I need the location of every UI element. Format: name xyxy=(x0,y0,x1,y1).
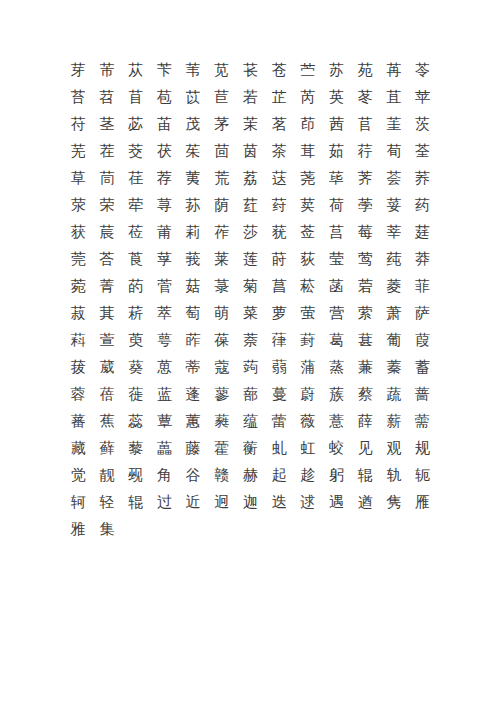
char-cell: 葚 xyxy=(351,327,380,354)
char-cell: 见 xyxy=(351,435,380,462)
char-row-12: 菝葳葵葸蒂蔻蒟蒻蒲蒸蒹蓁蓄 xyxy=(64,354,438,381)
char-cell: 迭 xyxy=(265,489,294,516)
char-row-15: 藏藓藜藟藤藿蘅虬虹蛟见观规 xyxy=(64,435,438,462)
char-cell: 菊 xyxy=(236,273,265,300)
char-row-11: 萪萱萸萼葃葆萘葎葑葛葚葡葭 xyxy=(64,327,438,354)
char-cell: 萧 xyxy=(380,300,409,327)
char-cell: 茚 xyxy=(294,111,323,138)
char-cell: 蛟 xyxy=(322,435,351,462)
char-cell: 荭 xyxy=(236,192,265,219)
char-cell: 苣 xyxy=(207,84,236,111)
char-cell: 莽 xyxy=(408,246,437,273)
char-cell: 蒲 xyxy=(294,354,323,381)
char-cell: 草 xyxy=(64,165,93,192)
char-cell: 苢 xyxy=(351,111,380,138)
char-cell: 葎 xyxy=(265,327,294,354)
char-cell: 莉 xyxy=(179,219,208,246)
char-cell: 荞 xyxy=(408,165,437,192)
char-cell: 薏 xyxy=(322,408,351,435)
char-cell: 苡 xyxy=(179,84,208,111)
char-cell: 蓓 xyxy=(93,381,122,408)
char-cell: 荒 xyxy=(207,165,236,192)
char-cell: 莎 xyxy=(236,219,265,246)
char-cell: 莱 xyxy=(207,246,236,273)
char-cell: 集 xyxy=(93,516,122,543)
char-cell: 蕴 xyxy=(236,408,265,435)
char-cell: 蒹 xyxy=(351,354,380,381)
char-cell: 苾 xyxy=(121,111,150,138)
char-cell: 趁 xyxy=(294,462,323,489)
char-cell: 轭 xyxy=(408,462,437,489)
char-cell: 苕 xyxy=(93,84,122,111)
char-cell: 萪 xyxy=(64,327,93,354)
char-cell: 荣 xyxy=(93,192,122,219)
char-cell: 蕤 xyxy=(207,408,236,435)
char-cell: 规 xyxy=(408,435,437,462)
char-cell: 荻 xyxy=(294,246,323,273)
char-cell: 荨 xyxy=(150,192,179,219)
char-cell: 藓 xyxy=(93,435,122,462)
char-cell: 莺 xyxy=(351,246,380,273)
char-cell: 虹 xyxy=(294,435,323,462)
char-cell: 蓄 xyxy=(408,354,437,381)
char-cell: 蓉 xyxy=(64,381,93,408)
char-cell: 苁 xyxy=(121,57,150,84)
char-cell: 蔟 xyxy=(322,381,351,408)
char-cell: 遒 xyxy=(351,489,380,516)
char-cell: 萱 xyxy=(93,327,122,354)
char-row-18: 雅集 xyxy=(64,516,438,543)
char-cell: 菀 xyxy=(64,273,93,300)
char-cell: 靓 xyxy=(93,462,122,489)
char-cell: 茉 xyxy=(236,111,265,138)
char-cell: 薪 xyxy=(380,408,409,435)
char-cell: 薷 xyxy=(408,408,437,435)
char-cell: 过 xyxy=(150,489,179,516)
char-cell: 萃 xyxy=(150,300,179,327)
char-cell: 芷 xyxy=(265,84,294,111)
char-cell: 莩 xyxy=(150,246,179,273)
char-cell: 藏 xyxy=(64,435,93,462)
char-cell: 药 xyxy=(408,192,437,219)
char-cell: 菂 xyxy=(121,273,150,300)
char-cell: 蒸 xyxy=(322,354,351,381)
char-cell: 芮 xyxy=(294,84,323,111)
char-cell: 萘 xyxy=(236,327,265,354)
char-cell: 荮 xyxy=(265,192,294,219)
char-cell: 蔻 xyxy=(207,354,236,381)
char-cell: 蔓 xyxy=(265,381,294,408)
char-cell: 茥 xyxy=(380,111,409,138)
char-cell: 萄 xyxy=(179,300,208,327)
char-cell: 萨 xyxy=(408,300,437,327)
char-row-5: 草茼荏荐荑荒荔荙荛荜荠荟荞 xyxy=(64,165,438,192)
char-cell: 藿 xyxy=(207,435,236,462)
char-cell: 菖 xyxy=(265,273,294,300)
char-cell: 菥 xyxy=(121,300,150,327)
char-row-2: 苔苕苜苞苡苣若芷芮英苳苴苹 xyxy=(64,84,438,111)
char-cell: 莨 xyxy=(121,246,150,273)
char-cell: 茜 xyxy=(322,111,351,138)
char-cell: 蔬 xyxy=(380,381,409,408)
char-cell: 莸 xyxy=(265,219,294,246)
char-cell: 赫 xyxy=(236,462,265,489)
char-cell: 莆 xyxy=(150,219,179,246)
char-cell: 莪 xyxy=(179,246,208,273)
char-cell: 苞 xyxy=(150,84,179,111)
char-cell: 葆 xyxy=(207,327,236,354)
char-row-3: 苻茎苾苖茂茅茉茗茚茜苢茥茨 xyxy=(64,111,438,138)
char-cell: 芽 xyxy=(64,57,93,84)
char-cell: 荷 xyxy=(322,192,351,219)
char-cell: 菲 xyxy=(408,273,437,300)
char-cell: 苇 xyxy=(179,57,208,84)
char-row-6: 荥荣荦荨荪荫荭荮荬荷荸荽药 xyxy=(64,192,438,219)
char-row-4: 芜茬茭茯茱茴茵茶茸茹荇荀荃 xyxy=(64,138,438,165)
char-cell: 莘 xyxy=(380,219,409,246)
char-cell: 苻 xyxy=(64,111,93,138)
char-cell: 莲 xyxy=(236,246,265,273)
char-cell: 轻 xyxy=(93,489,122,516)
char-cell: 荦 xyxy=(121,192,150,219)
char-cell: 茼 xyxy=(93,165,122,192)
char-cell: 茸 xyxy=(294,138,323,165)
char-cell: 茴 xyxy=(207,138,236,165)
char-cell: 莓 xyxy=(351,219,380,246)
char-cell: 萌 xyxy=(207,300,236,327)
char-row-10: 菽萁菥萃萄萌菜萝萤营萦萧萨 xyxy=(64,300,438,327)
char-cell: 莒 xyxy=(322,219,351,246)
char-cell: 荸 xyxy=(351,192,380,219)
char-cell: 茗 xyxy=(265,111,294,138)
char-cell: 雅 xyxy=(64,516,93,543)
char-cell: 起 xyxy=(265,462,294,489)
char-cell: 菪 xyxy=(351,273,380,300)
char-cell: 萦 xyxy=(351,300,380,327)
char-cell: 荪 xyxy=(179,192,208,219)
char-cell: 蓝 xyxy=(150,381,179,408)
char-cell: 获 xyxy=(64,219,93,246)
char-cell: 芾 xyxy=(93,57,122,84)
char-cell: 苔 xyxy=(64,84,93,111)
char-cell: 近 xyxy=(179,489,208,516)
char-cell: 苒 xyxy=(380,57,409,84)
char-cell: 蔀 xyxy=(236,381,265,408)
char-cell: 蕙 xyxy=(179,408,208,435)
char-cell: 藟 xyxy=(150,435,179,462)
char-cell: 蒂 xyxy=(179,354,208,381)
char-cell: 莞 xyxy=(64,246,93,273)
char-cell: 蔷 xyxy=(408,381,437,408)
char-cell: 角 xyxy=(150,462,179,489)
char-cell: 营 xyxy=(322,300,351,327)
char-cell: 荬 xyxy=(294,192,323,219)
char-cell: 荫 xyxy=(207,192,236,219)
char-cell: 轲 xyxy=(64,489,93,516)
char-row-17: 轲轻辊过近迥迦迭逑遇遒隽雁 xyxy=(64,489,438,516)
char-cell: 隽 xyxy=(380,489,409,516)
char-cell: 苹 xyxy=(408,84,437,111)
char-cell: 谷 xyxy=(179,462,208,489)
char-cell: 萼 xyxy=(150,327,179,354)
char-cell: 荀 xyxy=(380,138,409,165)
char-cell: 逑 xyxy=(294,489,323,516)
char-cell: 赣 xyxy=(207,462,236,489)
char-cell: 苜 xyxy=(121,84,150,111)
char-cell: 莅 xyxy=(121,219,150,246)
char-cell: 菉 xyxy=(207,273,236,300)
char-cell: 葛 xyxy=(322,327,351,354)
char-cell: 菽 xyxy=(64,300,93,327)
char-cell: 苎 xyxy=(294,57,323,84)
char-cell: 茯 xyxy=(150,138,179,165)
char-cell: 蓁 xyxy=(380,354,409,381)
char-cell: 苍 xyxy=(265,57,294,84)
char-cell: 葡 xyxy=(380,327,409,354)
char-cell: 荛 xyxy=(294,165,323,192)
char-cell: 苏 xyxy=(322,57,351,84)
char-cell: 遇 xyxy=(322,489,351,516)
char-cell: 莀 xyxy=(93,219,122,246)
char-cell: 葃 xyxy=(179,327,208,354)
char-cell: 荏 xyxy=(121,165,150,192)
char-row-14: 蕃蕉蕊蕈蕙蕤蕴蕾薇薏薛薪薷 xyxy=(64,408,438,435)
char-cell: 蓼 xyxy=(207,381,236,408)
char-cell: 蕉 xyxy=(93,408,122,435)
char-cell: 荠 xyxy=(351,165,380,192)
char-cell: 茨 xyxy=(408,111,437,138)
char-cell: 苄 xyxy=(150,57,179,84)
char-cell: 荇 xyxy=(351,138,380,165)
char-cell: 荐 xyxy=(150,165,179,192)
char-cell: 苖 xyxy=(150,111,179,138)
char-cell: 莋 xyxy=(207,219,236,246)
char-cell: 藤 xyxy=(179,435,208,462)
char-cell: 蒟 xyxy=(236,354,265,381)
char-cell: 蕾 xyxy=(265,408,294,435)
char-cell: 雁 xyxy=(408,489,437,516)
char-cell: 迥 xyxy=(207,489,236,516)
char-cell: 蔚 xyxy=(294,381,323,408)
char-cell: 茅 xyxy=(207,111,236,138)
char-cell: 菁 xyxy=(93,273,122,300)
char-cell: 蒻 xyxy=(265,354,294,381)
char-row-1: 芽芾苁苄苇苋苌苍苎苏苑苒苓 xyxy=(64,57,438,84)
document-page: 芽芾苁苄苇苋苌苍苎苏苑苒苓苔苕苜苞苡苣若芷芮英苳苴苹苻茎苾苖茂茅茉茗茚茜苢茥茨芜… xyxy=(0,0,500,707)
char-cell: 莶 xyxy=(294,219,323,246)
char-cell: 萝 xyxy=(265,300,294,327)
char-cell: 苴 xyxy=(380,84,409,111)
char-cell: 辊 xyxy=(351,462,380,489)
char-cell: 菘 xyxy=(294,273,323,300)
char-cell: 蕊 xyxy=(121,408,150,435)
char-cell: 萁 xyxy=(93,300,122,327)
char-cell: 觋 xyxy=(121,462,150,489)
char-cell: 蕈 xyxy=(150,408,179,435)
char-cell: 葳 xyxy=(93,354,122,381)
char-cell: 蔡 xyxy=(351,381,380,408)
char-cell: 菇 xyxy=(179,273,208,300)
char-cell: 萤 xyxy=(294,300,323,327)
char-cell: 茶 xyxy=(265,138,294,165)
char-cell: 蓰 xyxy=(121,381,150,408)
char-cell: 荟 xyxy=(380,165,409,192)
char-cell: 荑 xyxy=(179,165,208,192)
char-row-16: 觉靓觋角谷赣赫起趁躬辊轨轭 xyxy=(64,462,438,489)
char-cell: 莹 xyxy=(322,246,351,273)
char-cell: 英 xyxy=(322,84,351,111)
char-cell: 苳 xyxy=(351,84,380,111)
char-cell: 菝 xyxy=(64,354,93,381)
char-cell: 苑 xyxy=(351,57,380,84)
char-cell: 薇 xyxy=(294,408,323,435)
char-grid: 芽芾苁苄苇苋苌苍苎苏苑苒苓苔苕苜苞苡苣若芷芮英苳苴苹苻茎苾苖茂茅茉茗茚茜苢茥茨芜… xyxy=(64,57,438,543)
char-cell: 茭 xyxy=(121,138,150,165)
char-cell: 觉 xyxy=(64,462,93,489)
char-cell: 躬 xyxy=(322,462,351,489)
char-cell: 茱 xyxy=(179,138,208,165)
char-cell: 菅 xyxy=(150,273,179,300)
char-cell: 葵 xyxy=(121,354,150,381)
char-cell: 茬 xyxy=(93,138,122,165)
char-cell: 荔 xyxy=(236,165,265,192)
char-cell: 菡 xyxy=(322,273,351,300)
char-cell: 茵 xyxy=(236,138,265,165)
char-cell: 苋 xyxy=(207,57,236,84)
char-cell: 荽 xyxy=(380,192,409,219)
char-row-7: 获莀莅莆莉莋莎莸莶莒莓莘莛 xyxy=(64,219,438,246)
char-cell: 迦 xyxy=(236,489,265,516)
char-cell: 莳 xyxy=(265,246,294,273)
char-cell: 荜 xyxy=(322,165,351,192)
char-cell: 莼 xyxy=(380,246,409,273)
char-cell: 菜 xyxy=(236,300,265,327)
char-cell: 葭 xyxy=(408,327,437,354)
char-cell: 藜 xyxy=(121,435,150,462)
char-row-9: 菀菁菂菅菇菉菊菖菘菡菪菱菲 xyxy=(64,273,438,300)
char-cell: 茂 xyxy=(179,111,208,138)
char-cell: 葸 xyxy=(150,354,179,381)
char-cell: 辊 xyxy=(121,489,150,516)
char-cell: 蘅 xyxy=(236,435,265,462)
char-cell: 荙 xyxy=(265,165,294,192)
char-cell: 菱 xyxy=(380,273,409,300)
char-cell: 虬 xyxy=(265,435,294,462)
char-cell: 芜 xyxy=(64,138,93,165)
char-cell: 苌 xyxy=(236,57,265,84)
char-cell: 观 xyxy=(380,435,409,462)
char-cell: 蓬 xyxy=(179,381,208,408)
char-cell: 萸 xyxy=(121,327,150,354)
char-cell: 葑 xyxy=(294,327,323,354)
char-cell: 莛 xyxy=(408,219,437,246)
char-cell: 薛 xyxy=(351,408,380,435)
char-cell: 荃 xyxy=(408,138,437,165)
char-cell: 蕃 xyxy=(64,408,93,435)
char-cell: 荥 xyxy=(64,192,93,219)
char-row-8: 莞荅莨莩莪莱莲莳荻莹莺莼莽 xyxy=(64,246,438,273)
char-cell: 苓 xyxy=(408,57,437,84)
char-cell: 若 xyxy=(236,84,265,111)
char-row-13: 蓉蓓蓰蓝蓬蓼蔀蔓蔚蔟蔡蔬蔷 xyxy=(64,381,438,408)
char-cell: 茎 xyxy=(93,111,122,138)
char-cell: 轨 xyxy=(380,462,409,489)
char-cell: 茹 xyxy=(322,138,351,165)
char-cell: 荅 xyxy=(93,246,122,273)
